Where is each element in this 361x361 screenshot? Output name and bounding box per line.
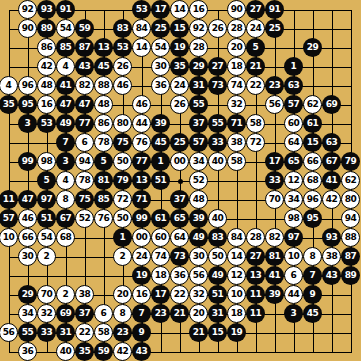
black-stone-move-15: 15: [303, 133, 322, 152]
white-stone-move-24: 24: [132, 247, 151, 266]
black-stone-move-91: 91: [265, 0, 284, 19]
white-stone-move-32: 32: [189, 285, 208, 304]
white-stone-move-88: 88: [94, 76, 113, 95]
black-stone-move-89: 89: [37, 19, 56, 38]
black-stone-move-73: 73: [170, 247, 189, 266]
white-stone-move-82: 82: [75, 76, 94, 95]
white-stone-move-42: 42: [113, 342, 132, 361]
go-board[interactable]: 9293915317141690279190895459838425159226…: [0, 0, 361, 361]
white-stone-move-22: 22: [170, 285, 189, 304]
black-stone-move-33: 33: [37, 323, 56, 342]
black-stone-move-37: 37: [75, 304, 94, 323]
white-stone-move-48: 48: [37, 76, 56, 95]
black-stone-move-29: 29: [18, 285, 37, 304]
white-stone-move-46: 46: [132, 95, 151, 114]
white-stone-move-6: 6: [94, 304, 113, 323]
black-stone-move-49: 49: [56, 114, 75, 133]
black-stone-move-15: 15: [208, 323, 227, 342]
white-stone-move-18: 18: [227, 57, 246, 76]
white-stone-move-40: 40: [208, 209, 227, 228]
white-stone-move-2: 2: [56, 285, 75, 304]
white-stone-move-52: 52: [189, 171, 208, 190]
white-stone-move-62: 62: [341, 171, 360, 190]
white-stone-move-00: 00: [132, 228, 151, 247]
black-stone-move-59: 59: [94, 342, 113, 361]
white-stone-move-16: 16: [189, 0, 208, 19]
black-stone-move-21: 21: [189, 323, 208, 342]
white-stone-move-76: 76: [94, 209, 113, 228]
black-stone-move-13: 13: [246, 266, 265, 285]
white-stone-move-74: 74: [151, 247, 170, 266]
white-stone-move-22: 22: [75, 323, 94, 342]
white-stone-move-28: 28: [227, 19, 246, 38]
black-stone-move-37: 37: [189, 114, 208, 133]
black-stone-move-7: 7: [303, 266, 322, 285]
white-stone-move-40: 40: [56, 342, 75, 361]
white-stone-move-4: 4: [56, 171, 75, 190]
black-stone-move-11: 11: [246, 304, 265, 323]
white-stone-move-42: 42: [37, 57, 56, 76]
black-stone-move-23: 23: [151, 304, 170, 323]
white-stone-move-98: 98: [37, 152, 56, 171]
black-stone-move-13: 13: [132, 171, 151, 190]
black-stone-move-1: 1: [113, 228, 132, 247]
black-stone-move-3: 3: [56, 152, 75, 171]
black-stone-move-83: 83: [113, 19, 132, 38]
white-stone-move-50: 50: [113, 209, 132, 228]
black-stone-move-55: 55: [208, 114, 227, 133]
black-stone-move-71: 71: [227, 114, 246, 133]
white-stone-move-16: 16: [37, 95, 56, 114]
white-stone-move-60: 60: [151, 228, 170, 247]
white-stone-move-20: 20: [227, 38, 246, 57]
white-stone-move-58: 58: [227, 152, 246, 171]
white-stone-move-28: 28: [189, 38, 208, 57]
black-stone-move-59: 59: [75, 19, 94, 38]
black-stone-move-31: 31: [189, 76, 208, 95]
white-stone-move-46: 46: [18, 209, 37, 228]
white-stone-move-98: 98: [284, 209, 303, 228]
black-stone-move-27: 27: [246, 247, 265, 266]
white-stone-move-00: 00: [170, 152, 189, 171]
white-stone-move-74: 74: [227, 76, 246, 95]
white-stone-move-36: 36: [170, 266, 189, 285]
black-stone-move-87: 87: [75, 38, 94, 57]
black-stone-move-47: 47: [75, 95, 94, 114]
white-stone-move-94: 94: [341, 209, 360, 228]
black-stone-move-61: 61: [303, 114, 322, 133]
black-stone-move-41: 41: [56, 76, 75, 95]
black-stone-move-53: 53: [37, 114, 56, 133]
white-stone-move-32: 32: [227, 95, 246, 114]
white-stone-move-76: 76: [132, 133, 151, 152]
white-stone-move-24: 24: [246, 19, 265, 38]
white-stone-move-50: 50: [208, 247, 227, 266]
black-stone-move-37: 37: [170, 190, 189, 209]
white-stone-move-92: 92: [18, 0, 37, 19]
black-stone-move-35: 35: [0, 95, 18, 114]
white-stone-move-6: 6: [284, 266, 303, 285]
black-stone-move-47: 47: [56, 95, 75, 114]
black-stone-move-63: 63: [284, 76, 303, 95]
black-stone-move-25: 25: [151, 19, 170, 38]
white-stone-move-40: 40: [208, 152, 227, 171]
white-stone-move-18: 18: [151, 266, 170, 285]
white-stone-move-18: 18: [227, 304, 246, 323]
white-stone-move-14: 14: [227, 247, 246, 266]
black-stone-move-3: 3: [284, 304, 303, 323]
white-stone-move-64: 64: [170, 228, 189, 247]
black-stone-move-11: 11: [246, 285, 265, 304]
black-stone-move-77: 77: [132, 152, 151, 171]
black-stone-move-79: 79: [341, 152, 360, 171]
white-stone-move-10: 10: [284, 247, 303, 266]
black-stone-move-53: 53: [113, 38, 132, 57]
white-stone-move-44: 44: [284, 285, 303, 304]
black-stone-move-93: 93: [322, 228, 341, 247]
black-stone-move-51: 51: [151, 171, 170, 190]
white-stone-move-62: 62: [303, 95, 322, 114]
black-stone-move-13: 13: [94, 38, 113, 57]
black-stone-move-99: 99: [18, 152, 37, 171]
black-stone-move-35: 35: [75, 342, 94, 361]
black-stone-move-69: 69: [56, 304, 75, 323]
white-stone-move-64: 64: [284, 133, 303, 152]
white-stone-move-50: 50: [113, 152, 132, 171]
white-stone-move-84: 84: [227, 228, 246, 247]
white-stone-move-30: 30: [18, 247, 37, 266]
black-stone-move-17: 17: [265, 152, 284, 171]
white-stone-move-8: 8: [56, 190, 75, 209]
white-stone-move-92: 92: [189, 19, 208, 38]
white-stone-move-60: 60: [284, 114, 303, 133]
black-stone-move-87: 87: [341, 247, 360, 266]
white-stone-move-14: 14: [170, 0, 189, 19]
black-stone-move-39: 39: [189, 209, 208, 228]
white-stone-move-6: 6: [75, 133, 94, 152]
black-stone-move-45: 45: [94, 57, 113, 76]
black-stone-move-97: 97: [284, 228, 303, 247]
white-stone-move-38: 38: [322, 247, 341, 266]
white-stone-move-56: 56: [265, 95, 284, 114]
white-stone-move-34: 34: [189, 152, 208, 171]
black-stone-move-47: 47: [18, 190, 37, 209]
white-stone-move-4: 4: [56, 57, 75, 76]
black-stone-move-15: 15: [170, 19, 189, 38]
white-stone-move-30: 30: [189, 247, 208, 266]
white-stone-move-28: 28: [246, 228, 265, 247]
black-stone-move-1: 1: [284, 57, 303, 76]
white-stone-move-24: 24: [170, 76, 189, 95]
black-stone-move-29: 29: [189, 57, 208, 76]
white-stone-move-20: 20: [189, 304, 208, 323]
white-stone-move-86: 86: [37, 38, 56, 57]
white-stone-move-46: 46: [113, 76, 132, 95]
black-stone-move-97: 97: [37, 190, 56, 209]
white-stone-move-14: 14: [132, 38, 151, 57]
white-stone-move-70: 70: [37, 285, 56, 304]
white-stone-move-22: 22: [246, 76, 265, 95]
black-stone-move-5: 5: [246, 38, 265, 57]
black-stone-move-67: 67: [322, 152, 341, 171]
white-stone-move-86: 86: [94, 114, 113, 133]
white-stone-move-34: 34: [284, 190, 303, 209]
black-stone-move-89: 89: [341, 266, 360, 285]
black-stone-move-57: 57: [284, 95, 303, 114]
black-stone-move-25: 25: [170, 133, 189, 152]
white-stone-move-8: 8: [303, 247, 322, 266]
black-stone-move-57: 57: [0, 209, 18, 228]
black-stone-move-85: 85: [94, 190, 113, 209]
black-stone-move-93: 93: [37, 0, 56, 19]
white-stone-move-38: 38: [75, 285, 94, 304]
black-stone-move-31: 31: [56, 323, 75, 342]
black-stone-move-33: 33: [208, 133, 227, 152]
white-stone-move-94: 94: [75, 152, 94, 171]
white-stone-move-52: 52: [75, 209, 94, 228]
black-stone-move-17: 17: [151, 285, 170, 304]
black-stone-move-3: 3: [18, 114, 37, 133]
white-stone-move-54: 54: [151, 38, 170, 57]
white-stone-move-88: 88: [341, 228, 360, 247]
white-stone-move-12: 12: [227, 266, 246, 285]
black-stone-move-63: 63: [322, 133, 341, 152]
black-stone-move-41: 41: [265, 266, 284, 285]
hoshi-point: [178, 179, 183, 184]
black-stone-move-21: 21: [246, 57, 265, 76]
black-stone-move-19: 19: [227, 323, 246, 342]
white-stone-move-78: 78: [94, 133, 113, 152]
black-stone-move-73: 73: [208, 76, 227, 95]
white-stone-move-78: 78: [75, 171, 94, 190]
white-stone-move-10: 10: [0, 228, 18, 247]
black-stone-move-85: 85: [56, 38, 75, 57]
white-stone-move-66: 66: [18, 228, 37, 247]
black-stone-move-29: 29: [303, 38, 322, 57]
white-stone-move-4: 4: [0, 76, 18, 95]
black-stone-move-95: 95: [18, 95, 37, 114]
black-stone-move-65: 65: [284, 152, 303, 171]
black-stone-move-31: 31: [208, 304, 227, 323]
black-stone-move-99: 99: [132, 209, 151, 228]
black-stone-move-91: 91: [56, 0, 75, 19]
black-stone-move-23: 23: [113, 323, 132, 342]
black-stone-move-9: 9: [132, 323, 151, 342]
white-stone-move-32: 32: [37, 304, 56, 323]
white-stone-move-58: 58: [246, 114, 265, 133]
white-stone-move-2: 2: [37, 247, 56, 266]
white-stone-move-48: 48: [189, 190, 208, 209]
black-stone-move-7: 7: [132, 304, 151, 323]
white-stone-move-10: 10: [227, 285, 246, 304]
black-stone-move-69: 69: [322, 95, 341, 114]
black-stone-move-43: 43: [75, 57, 94, 76]
black-stone-move-57: 57: [189, 133, 208, 152]
white-stone-move-82: 82: [265, 228, 284, 247]
white-stone-move-90: 90: [227, 0, 246, 19]
black-stone-move-55: 55: [18, 323, 37, 342]
white-stone-move-48: 48: [94, 95, 113, 114]
black-stone-move-75: 75: [113, 133, 132, 152]
black-stone-move-75: 75: [75, 190, 94, 209]
black-stone-move-7: 7: [56, 133, 75, 152]
white-stone-move-8: 8: [113, 304, 132, 323]
black-stone-move-45: 45: [151, 133, 170, 152]
black-stone-move-43: 43: [322, 266, 341, 285]
white-stone-move-26: 26: [113, 57, 132, 76]
black-stone-move-5: 5: [37, 171, 56, 190]
white-stone-move-90: 90: [18, 19, 37, 38]
black-stone-move-39: 39: [151, 114, 170, 133]
black-stone-move-27: 27: [208, 57, 227, 76]
white-stone-move-80: 80: [341, 190, 360, 209]
white-stone-move-16: 16: [132, 285, 151, 304]
black-stone-move-11: 11: [0, 190, 18, 209]
white-stone-move-58: 58: [94, 323, 113, 342]
black-stone-move-55: 55: [189, 95, 208, 114]
black-stone-move-41: 41: [322, 171, 341, 190]
white-stone-move-80: 80: [113, 114, 132, 133]
white-stone-move-26: 26: [170, 95, 189, 114]
white-stone-move-54: 54: [56, 19, 75, 38]
white-stone-move-2: 2: [113, 247, 132, 266]
black-stone-move-33: 33: [265, 171, 284, 190]
white-stone-move-20: 20: [113, 285, 132, 304]
black-stone-move-43: 43: [132, 342, 151, 361]
black-stone-move-19: 19: [170, 38, 189, 57]
white-stone-move-72: 72: [246, 133, 265, 152]
white-stone-move-56: 56: [189, 266, 208, 285]
white-stone-move-96: 96: [303, 190, 322, 209]
white-stone-move-12: 12: [284, 171, 303, 190]
white-stone-move-68: 68: [56, 228, 75, 247]
black-stone-move-19: 19: [132, 266, 151, 285]
black-stone-move-21: 21: [170, 304, 189, 323]
white-stone-move-30: 30: [151, 57, 170, 76]
black-stone-move-81: 81: [265, 247, 284, 266]
black-stone-move-39: 39: [265, 285, 284, 304]
white-stone-move-38: 38: [227, 133, 246, 152]
black-stone-move-51: 51: [208, 285, 227, 304]
white-stone-move-42: 42: [322, 190, 341, 209]
white-stone-move-72: 72: [113, 190, 132, 209]
black-stone-move-83: 83: [208, 228, 227, 247]
black-stone-move-49: 49: [208, 266, 227, 285]
black-stone-move-23: 23: [265, 76, 284, 95]
black-stone-move-53: 53: [132, 0, 151, 19]
black-stone-move-1: 1: [151, 152, 170, 171]
black-stone-move-71: 71: [132, 190, 151, 209]
white-stone-move-68: 68: [303, 171, 322, 190]
black-stone-move-35: 35: [170, 57, 189, 76]
black-stone-move-49: 49: [189, 228, 208, 247]
white-stone-move-44: 44: [132, 114, 151, 133]
black-stone-move-9: 9: [303, 285, 322, 304]
black-stone-move-27: 27: [246, 0, 265, 19]
black-stone-move-65: 65: [170, 209, 189, 228]
black-stone-move-5: 5: [94, 152, 113, 171]
white-stone-move-84: 84: [132, 19, 151, 38]
white-stone-move-26: 26: [208, 19, 227, 38]
black-stone-move-95: 95: [303, 209, 322, 228]
white-stone-move-96: 96: [18, 76, 37, 95]
white-stone-move-56: 56: [0, 323, 18, 342]
black-stone-move-51: 51: [37, 209, 56, 228]
white-stone-move-34: 34: [18, 304, 37, 323]
black-stone-move-67: 67: [56, 209, 75, 228]
white-stone-move-66: 66: [303, 152, 322, 171]
white-stone-move-36: 36: [18, 342, 37, 361]
white-stone-move-70: 70: [265, 190, 284, 209]
black-stone-move-17: 17: [151, 0, 170, 19]
black-stone-move-81: 81: [94, 171, 113, 190]
black-stone-move-77: 77: [75, 114, 94, 133]
white-stone-move-36: 36: [151, 76, 170, 95]
black-stone-move-79: 79: [113, 171, 132, 190]
black-stone-move-25: 25: [265, 19, 284, 38]
black-stone-move-61: 61: [151, 209, 170, 228]
white-stone-move-54: 54: [37, 228, 56, 247]
black-stone-move-45: 45: [303, 304, 322, 323]
